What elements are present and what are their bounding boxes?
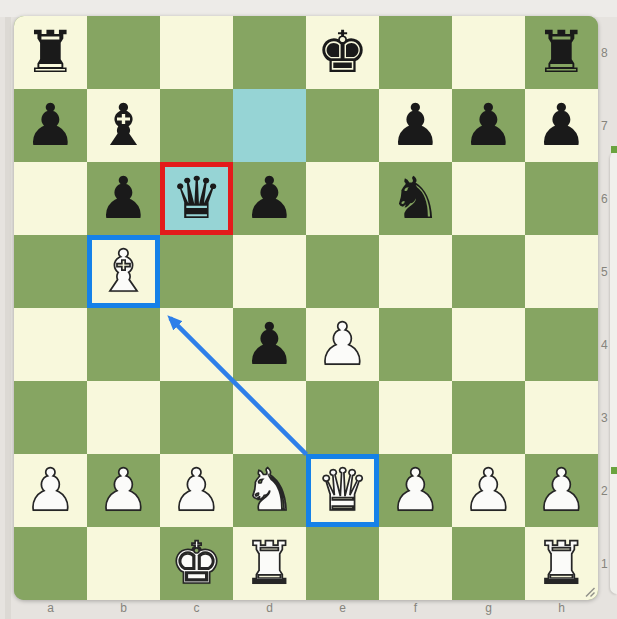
square-f4[interactable] (379, 308, 452, 381)
square-d5[interactable] (233, 235, 306, 308)
piece-black-rook[interactable]: ♜ (14, 16, 87, 89)
piece-white-pawn[interactable]: ♟ (525, 454, 598, 527)
left-divider (5, 17, 11, 619)
piece-white-pawn[interactable]: ♟ (14, 454, 87, 527)
square-c4[interactable] (160, 308, 233, 381)
piece-black-queen[interactable]: ♛ (160, 162, 233, 235)
piece-black-pawn[interactable]: ♟ (452, 89, 525, 162)
square-g5[interactable] (452, 235, 525, 308)
square-e5[interactable] (306, 235, 379, 308)
file-label-f: f (379, 600, 452, 618)
square-d1[interactable]: ♜ (233, 527, 306, 600)
piece-black-pawn[interactable]: ♟ (525, 89, 598, 162)
piece-white-queen[interactable]: ♛ (306, 454, 379, 527)
square-a8[interactable]: ♜ (14, 16, 87, 89)
square-h4[interactable] (525, 308, 598, 381)
piece-white-rook[interactable]: ♜ (233, 527, 306, 600)
square-h2[interactable]: ♟ (525, 454, 598, 527)
square-a5[interactable] (14, 235, 87, 308)
piece-black-pawn[interactable]: ♟ (233, 308, 306, 381)
square-f3[interactable] (379, 381, 452, 454)
square-b1[interactable] (87, 527, 160, 600)
piece-black-pawn[interactable]: ♟ (233, 162, 306, 235)
square-c7[interactable] (160, 89, 233, 162)
board-resize-handle-icon[interactable] (583, 585, 596, 598)
file-label-b: b (87, 600, 160, 618)
piece-black-bishop[interactable]: ♝ (87, 89, 160, 162)
file-label-g: g (452, 600, 525, 618)
square-e6[interactable] (306, 162, 379, 235)
file-coordinates: abcdefgh (14, 600, 598, 618)
square-c3[interactable] (160, 381, 233, 454)
piece-black-king[interactable]: ♚ (306, 16, 379, 89)
square-g2[interactable]: ♟ (452, 454, 525, 527)
piece-black-rook[interactable]: ♜ (525, 16, 598, 89)
chess-board: ♜♚♜♟♝♟♟♟♟♛♟♞♝♟♟♟♟♟♞♛♟♟♟♚♜♜ (14, 16, 598, 600)
square-b2[interactable]: ♟ (87, 454, 160, 527)
square-d2[interactable]: ♞ (233, 454, 306, 527)
square-g4[interactable] (452, 308, 525, 381)
square-e7[interactable] (306, 89, 379, 162)
piece-white-pawn[interactable]: ♟ (87, 454, 160, 527)
square-h6[interactable] (525, 162, 598, 235)
piece-white-bishop[interactable]: ♝ (87, 235, 160, 308)
file-label-d: d (233, 600, 306, 618)
square-e2[interactable]: ♛ (306, 454, 379, 527)
square-f7[interactable]: ♟ (379, 89, 452, 162)
square-d4[interactable]: ♟ (233, 308, 306, 381)
file-label-a: a (14, 600, 87, 618)
square-b3[interactable] (87, 381, 160, 454)
green-tick-bottom (611, 467, 617, 474)
right-panel-edge (610, 151, 617, 594)
square-h5[interactable] (525, 235, 598, 308)
square-c1[interactable]: ♚ (160, 527, 233, 600)
square-c6[interactable]: ♛ (160, 162, 233, 235)
square-b8[interactable] (87, 16, 160, 89)
square-g7[interactable]: ♟ (452, 89, 525, 162)
piece-white-pawn[interactable]: ♟ (452, 454, 525, 527)
square-c5[interactable] (160, 235, 233, 308)
square-h7[interactable]: ♟ (525, 89, 598, 162)
board-grid: ♜♚♜♟♝♟♟♟♟♛♟♞♝♟♟♟♟♟♞♛♟♟♟♚♜♜ (14, 16, 598, 600)
square-h8[interactable]: ♜ (525, 16, 598, 89)
square-a2[interactable]: ♟ (14, 454, 87, 527)
file-label-c: c (160, 600, 233, 618)
square-f8[interactable] (379, 16, 452, 89)
square-d3[interactable] (233, 381, 306, 454)
square-f5[interactable] (379, 235, 452, 308)
square-g3[interactable] (452, 381, 525, 454)
square-b7[interactable]: ♝ (87, 89, 160, 162)
square-a3[interactable] (14, 381, 87, 454)
piece-white-pawn[interactable]: ♟ (379, 454, 452, 527)
square-g8[interactable] (452, 16, 525, 89)
square-h3[interactable] (525, 381, 598, 454)
square-g6[interactable] (452, 162, 525, 235)
piece-black-pawn[interactable]: ♟ (14, 89, 87, 162)
file-label-e: e (306, 600, 379, 618)
square-d6[interactable]: ♟ (233, 162, 306, 235)
square-d8[interactable] (233, 16, 306, 89)
square-e4[interactable]: ♟ (306, 308, 379, 381)
square-f2[interactable]: ♟ (379, 454, 452, 527)
square-e1[interactable] (306, 527, 379, 600)
piece-white-king[interactable]: ♚ (160, 527, 233, 600)
square-f6[interactable]: ♞ (379, 162, 452, 235)
top-strip (0, 0, 617, 17)
rank-label-8: 8 (601, 16, 616, 89)
piece-white-pawn[interactable]: ♟ (306, 308, 379, 381)
square-a4[interactable] (14, 308, 87, 381)
green-tick-top (611, 146, 617, 153)
square-c8[interactable] (160, 16, 233, 89)
square-d7[interactable] (233, 89, 306, 162)
square-b4[interactable] (87, 308, 160, 381)
piece-white-pawn[interactable]: ♟ (160, 454, 233, 527)
square-b6[interactable]: ♟ (87, 162, 160, 235)
square-a6[interactable] (14, 162, 87, 235)
square-f1[interactable] (379, 527, 452, 600)
piece-black-pawn[interactable]: ♟ (379, 89, 452, 162)
square-e8[interactable]: ♚ (306, 16, 379, 89)
square-c2[interactable]: ♟ (160, 454, 233, 527)
file-label-h: h (525, 600, 598, 618)
square-e3[interactable] (306, 381, 379, 454)
piece-white-knight[interactable]: ♞ (233, 454, 306, 527)
square-g1[interactable] (452, 527, 525, 600)
square-a1[interactable] (14, 527, 87, 600)
piece-black-pawn[interactable]: ♟ (87, 162, 160, 235)
piece-black-knight[interactable]: ♞ (379, 162, 452, 235)
square-b5[interactable]: ♝ (87, 235, 160, 308)
square-a7[interactable]: ♟ (14, 89, 87, 162)
